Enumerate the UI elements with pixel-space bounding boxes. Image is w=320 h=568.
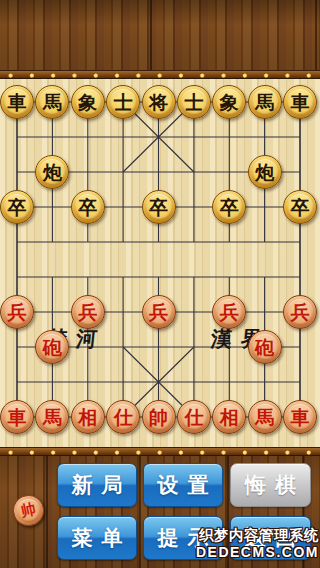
board-point-r5c4[interactable] [141, 260, 176, 295]
board-point-r2c1[interactable]: 炮 [35, 155, 70, 190]
piece-glyph: 車 [4, 404, 30, 430]
board-point-r8c7[interactable] [247, 365, 282, 400]
red-elephant-piece[interactable]: 相 [212, 400, 246, 434]
board-point-r1c0[interactable] [0, 120, 35, 155]
board-point-r9c2[interactable]: 相 [70, 400, 105, 435]
board-point-r4c8[interactable] [282, 225, 317, 260]
piece-glyph: 卒 [4, 194, 30, 220]
board-point-r6c5[interactable] [176, 295, 211, 330]
board-point-r8c0[interactable] [0, 365, 35, 400]
board-point-r0c4[interactable]: 将 [141, 85, 176, 120]
red-soldier-piece[interactable]: 兵 [283, 295, 317, 329]
board-point-r2c3[interactable] [105, 155, 140, 190]
board-point-r6c2[interactable]: 兵 [70, 295, 105, 330]
board-point-r4c0[interactable] [0, 225, 35, 260]
board-point-r6c8[interactable]: 兵 [282, 295, 317, 330]
board-point-r2c2[interactable] [70, 155, 105, 190]
board-point-r7c7[interactable]: 砲 [247, 330, 282, 365]
board-point-r2c4[interactable] [141, 155, 176, 190]
board-point-r7c0[interactable] [0, 330, 35, 365]
piece-glyph: 士 [181, 89, 207, 115]
board-point-r9c5[interactable]: 仕 [176, 400, 211, 435]
board-point-r0c8[interactable]: 車 [282, 85, 317, 120]
board-point-r2c7[interactable]: 炮 [247, 155, 282, 190]
board-point-r9c4[interactable]: 帥 [141, 400, 176, 435]
board-point-r0c7[interactable]: 馬 [247, 85, 282, 120]
black-soldier-piece[interactable]: 卒 [71, 190, 105, 224]
board-point-r8c2[interactable] [70, 365, 105, 400]
riveted-bar-bottom [0, 447, 320, 456]
board-point-r9c0[interactable]: 車 [0, 400, 35, 435]
board-point-r3c8[interactable]: 卒 [282, 190, 317, 225]
piece-glyph: 馬 [39, 404, 65, 430]
red-soldier-piece[interactable]: 兵 [212, 295, 246, 329]
board-point-r7c3[interactable] [105, 330, 140, 365]
board-point-r1c1[interactable] [35, 120, 70, 155]
board-point-r5c8[interactable] [282, 260, 317, 295]
black-elephant-piece[interactable]: 象 [212, 85, 246, 119]
riveted-bar-top [0, 70, 320, 79]
board-point-r9c3[interactable]: 仕 [105, 400, 140, 435]
board-point-r1c3[interactable] [105, 120, 140, 155]
piece-glyph: 象 [216, 89, 242, 115]
board-point-r4c4[interactable] [141, 225, 176, 260]
black-advisor-piece[interactable]: 士 [106, 85, 140, 119]
red-soldier-piece[interactable]: 兵 [142, 295, 176, 329]
board-point-r6c1[interactable] [35, 295, 70, 330]
board-point-r3c1[interactable] [35, 190, 70, 225]
board-point-r5c3[interactable] [105, 260, 140, 295]
watermark-line2: DEDECMS.COM [196, 544, 319, 560]
board-point-r5c7[interactable] [247, 260, 282, 295]
red-elephant-piece[interactable]: 相 [71, 400, 105, 434]
board-point-r6c0[interactable]: 兵 [0, 295, 35, 330]
black-soldier-piece[interactable]: 卒 [142, 190, 176, 224]
board-point-r0c2[interactable]: 象 [70, 85, 105, 120]
board-point-r1c6[interactable] [212, 120, 247, 155]
board-point-r5c5[interactable] [176, 260, 211, 295]
board-point-r2c5[interactable] [176, 155, 211, 190]
board-point-r6c6[interactable]: 兵 [212, 295, 247, 330]
xiangqi-app-screen: 楚河 漢界 車馬象士将士象馬車炮炮卒卒卒卒卒兵兵兵兵兵砲砲車馬相仕帥仕相馬車 帅… [0, 0, 320, 568]
piece-glyph: 卒 [75, 194, 101, 220]
board-point-r4c1[interactable] [35, 225, 70, 260]
board-point-r8c6[interactable] [212, 365, 247, 400]
board-point-r8c1[interactable] [35, 365, 70, 400]
board-point-r7c1[interactable]: 砲 [35, 330, 70, 365]
red-horse-piece[interactable]: 馬 [248, 400, 282, 434]
red-cannon-piece[interactable]: 砲 [248, 330, 282, 364]
menu-button[interactable]: 菜单 [57, 516, 137, 560]
watermark: 织梦内容管理系统 DEDECMS.COM [196, 527, 319, 560]
settings-button[interactable]: 设置 [143, 463, 223, 507]
board-point-r4c3[interactable] [105, 225, 140, 260]
board-point-r3c7[interactable] [247, 190, 282, 225]
piece-grid: 車馬象士将士象馬車炮炮卒卒卒卒卒兵兵兵兵兵砲砲車馬相仕帥仕相馬車 [0, 85, 318, 435]
piece-glyph: 兵 [75, 299, 101, 325]
black-soldier-piece[interactable]: 卒 [0, 190, 34, 224]
board-point-r0c1[interactable]: 馬 [35, 85, 70, 120]
board-point-r8c5[interactable] [176, 365, 211, 400]
board-point-r7c2[interactable] [70, 330, 105, 365]
piece-glyph: 相 [75, 404, 101, 430]
board-point-r2c8[interactable] [282, 155, 317, 190]
board-point-r2c6[interactable] [212, 155, 247, 190]
black-cannon-piece[interactable]: 炮 [35, 155, 69, 189]
piece-glyph: 馬 [39, 89, 65, 115]
board-point-r5c0[interactable] [0, 260, 35, 295]
piece-glyph: 将 [146, 89, 172, 115]
board-point-r7c6[interactable] [212, 330, 247, 365]
piece-glyph: 仕 [110, 404, 136, 430]
board-point-r9c8[interactable]: 車 [282, 400, 317, 435]
undo-button[interactable]: 悔棋 [230, 463, 311, 507]
board-point-r6c3[interactable] [105, 295, 140, 330]
black-elephant-piece[interactable]: 象 [71, 85, 105, 119]
board-point-r9c6[interactable]: 相 [212, 400, 247, 435]
red-soldier-piece[interactable]: 兵 [71, 295, 105, 329]
piece-glyph: 砲 [252, 334, 278, 360]
piece-glyph: 卒 [146, 194, 172, 220]
board-point-r1c2[interactable] [70, 120, 105, 155]
piece-glyph: 兵 [146, 299, 172, 325]
black-horse-piece[interactable]: 馬 [248, 85, 282, 119]
piece-glyph: 帥 [146, 404, 172, 430]
board-point-r4c5[interactable] [176, 225, 211, 260]
board-point-r2c0[interactable] [0, 155, 35, 190]
red-horse-piece[interactable]: 馬 [35, 400, 69, 434]
red-soldier-piece[interactable]: 兵 [0, 295, 34, 329]
black-cannon-piece[interactable]: 炮 [248, 155, 282, 189]
piece-glyph: 馬 [252, 404, 278, 430]
piece-glyph: 兵 [216, 299, 242, 325]
piece-glyph: 兵 [287, 299, 313, 325]
board-point-r3c4[interactable]: 卒 [141, 190, 176, 225]
board-point-r1c7[interactable] [247, 120, 282, 155]
piece-glyph: 馬 [252, 89, 278, 115]
board-point-r8c4[interactable] [141, 365, 176, 400]
board-point-r9c7[interactable]: 馬 [247, 400, 282, 435]
red-general-piece[interactable]: 帥 [142, 400, 176, 434]
piece-glyph: 車 [4, 89, 30, 115]
red-advisor-piece[interactable]: 仕 [106, 400, 140, 434]
piece-glyph: 士 [110, 89, 136, 115]
board-point-r5c6[interactable] [212, 260, 247, 295]
black-horse-piece[interactable]: 馬 [35, 85, 69, 119]
black-soldier-piece[interactable]: 卒 [212, 190, 246, 224]
black-advisor-piece[interactable]: 士 [177, 85, 211, 119]
board-point-r0c5[interactable]: 士 [176, 85, 211, 120]
board-point-r0c0[interactable]: 車 [0, 85, 35, 120]
board-point-r6c7[interactable] [247, 295, 282, 330]
board-point-r8c8[interactable] [282, 365, 317, 400]
piece-glyph: 卒 [287, 194, 313, 220]
decorative-general-glyph: 帅 [15, 497, 42, 524]
black-general-piece[interactable]: 将 [142, 85, 176, 119]
board-point-r0c3[interactable]: 士 [105, 85, 140, 120]
black-chariot-piece[interactable]: 車 [0, 85, 34, 119]
board-point-r3c3[interactable] [105, 190, 140, 225]
red-chariot-piece[interactable]: 車 [0, 400, 34, 434]
board-point-r4c6[interactable] [212, 225, 247, 260]
board-point-r7c5[interactable] [176, 330, 211, 365]
red-cannon-piece[interactable]: 砲 [35, 330, 69, 364]
board-point-r6c4[interactable]: 兵 [141, 295, 176, 330]
board-point-r1c5[interactable] [176, 120, 211, 155]
piece-glyph: 砲 [39, 334, 65, 360]
wood-frame-top [0, 0, 320, 70]
board-point-r7c8[interactable] [282, 330, 317, 365]
piece-glyph: 炮 [39, 159, 65, 185]
piece-glyph: 仕 [181, 404, 207, 430]
red-advisor-piece[interactable]: 仕 [177, 400, 211, 434]
red-chariot-piece[interactable]: 車 [283, 400, 317, 434]
board-point-r9c1[interactable]: 馬 [35, 400, 70, 435]
board-point-r8c3[interactable] [105, 365, 140, 400]
board-point-r4c2[interactable] [70, 225, 105, 260]
board-point-r4c7[interactable] [247, 225, 282, 260]
board-point-r1c4[interactable] [141, 120, 176, 155]
board-point-r7c4[interactable] [141, 330, 176, 365]
piece-glyph: 相 [216, 404, 242, 430]
board-point-r5c1[interactable] [35, 260, 70, 295]
new-game-button[interactable]: 新局 [57, 463, 137, 507]
board-point-r3c6[interactable]: 卒 [212, 190, 247, 225]
board-point-r0c6[interactable]: 象 [212, 85, 247, 120]
board-point-r5c2[interactable] [70, 260, 105, 295]
black-chariot-piece[interactable]: 車 [283, 85, 317, 119]
piece-glyph: 車 [287, 89, 313, 115]
board-point-r3c5[interactable] [176, 190, 211, 225]
piece-glyph: 炮 [252, 159, 278, 185]
black-soldier-piece[interactable]: 卒 [283, 190, 317, 224]
piece-glyph: 車 [287, 404, 313, 430]
board-point-r3c2[interactable]: 卒 [70, 190, 105, 225]
board-point-r1c8[interactable] [282, 120, 317, 155]
piece-glyph: 兵 [4, 299, 30, 325]
board-point-r3c0[interactable]: 卒 [0, 190, 35, 225]
piece-glyph: 卒 [216, 194, 242, 220]
piece-glyph: 象 [75, 89, 101, 115]
watermark-line1: 织梦内容管理系统 [196, 527, 319, 544]
